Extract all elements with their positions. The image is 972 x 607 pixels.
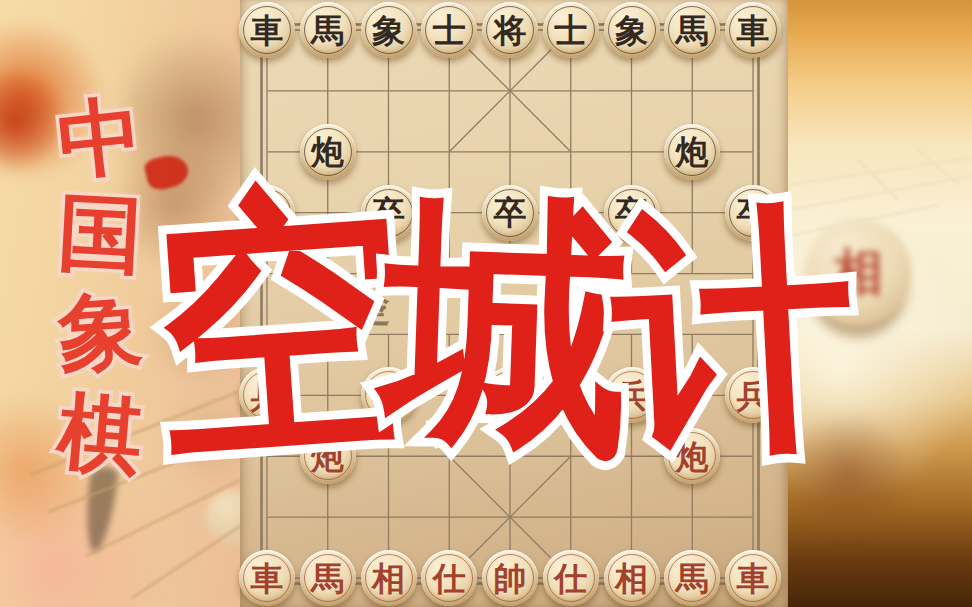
piece-label: 卒 <box>737 196 770 229</box>
piece-red-馬[interactable]: 馬 <box>664 550 720 606</box>
piece-red-兵[interactable]: 兵 <box>239 367 295 423</box>
piece-label: 相 <box>372 562 405 595</box>
piece-black-車[interactable]: 車 <box>725 2 781 58</box>
piece-black-卒[interactable]: 卒 <box>361 185 417 241</box>
piece-label: 車 <box>251 14 284 47</box>
piece-red-馬[interactable]: 馬 <box>300 550 356 606</box>
piece-red-兵[interactable]: 兵 <box>361 367 417 423</box>
piece-black-炮[interactable]: 炮 <box>300 124 356 180</box>
piece-label: 卒 <box>494 196 527 229</box>
piece-red-仕[interactable]: 仕 <box>421 550 477 606</box>
piece-red-仕[interactable]: 仕 <box>543 550 599 606</box>
wheel-spokes <box>0 0 248 607</box>
piece-black-馬[interactable]: 馬 <box>300 2 356 58</box>
blurred-xiangqi-piece: 相 <box>805 219 911 325</box>
board-grid <box>240 0 788 607</box>
piece-label: 兵 <box>251 379 284 412</box>
piece-label: 帥 <box>494 562 527 595</box>
piece-red-帥[interactable]: 帥 <box>482 550 538 606</box>
piece-black-象[interactable]: 象 <box>361 2 417 58</box>
piece-black-車[interactable]: 車 <box>239 2 295 58</box>
piece-label: 兵 <box>737 379 770 412</box>
left-background <box>0 0 248 607</box>
piece-label: 馬 <box>676 14 709 47</box>
piece-black-馬[interactable]: 馬 <box>664 2 720 58</box>
blurred-piece-label: 相 <box>833 239 883 306</box>
piece-label: 仕 <box>433 562 466 595</box>
piece-label: 卒 <box>615 196 648 229</box>
piece-label: 炮 <box>311 440 344 473</box>
piece-label: 兵 <box>494 379 527 412</box>
piece-label: 士 <box>433 14 466 47</box>
piece-red-相[interactable]: 相 <box>604 550 660 606</box>
piece-label: 炮 <box>676 135 709 168</box>
piece-label: 卒 <box>251 196 284 229</box>
piece-label: 兵 <box>615 379 648 412</box>
piece-label: 車 <box>737 14 770 47</box>
video-thumbnail: 相 楚 車馬象士将士象馬車炮炮卒卒卒卒卒兵兵兵兵兵炮炮車馬相仕帥仕相馬車 空空城… <box>0 0 972 607</box>
river-label: 楚 <box>347 282 393 330</box>
piece-red-車[interactable]: 車 <box>725 550 781 606</box>
piece-label: 将 <box>494 14 527 47</box>
piece-label: 馬 <box>311 14 344 47</box>
piece-label: 兵 <box>372 379 405 412</box>
piece-black-士[interactable]: 士 <box>421 2 477 58</box>
piece-label: 馬 <box>311 562 344 595</box>
piece-red-炮[interactable]: 炮 <box>300 428 356 484</box>
piece-label: 相 <box>615 562 648 595</box>
piece-black-卒[interactable]: 卒 <box>604 185 660 241</box>
piece-label: 車 <box>737 562 770 595</box>
xiangqi-board: 楚 車馬象士将士象馬車炮炮卒卒卒卒卒兵兵兵兵兵炮炮車馬相仕帥仕相馬車 <box>240 0 788 607</box>
piece-red-兵[interactable]: 兵 <box>604 367 660 423</box>
piece-label: 仕 <box>554 562 587 595</box>
piece-label: 炮 <box>676 440 709 473</box>
piece-label: 象 <box>615 14 648 47</box>
right-background: 相 <box>788 0 972 607</box>
piece-label: 卒 <box>372 196 405 229</box>
piece-label: 炮 <box>311 135 344 168</box>
piece-red-相[interactable]: 相 <box>361 550 417 606</box>
piece-label: 馬 <box>676 562 709 595</box>
piece-black-炮[interactable]: 炮 <box>664 124 720 180</box>
piece-black-象[interactable]: 象 <box>604 2 660 58</box>
piece-black-士[interactable]: 士 <box>543 2 599 58</box>
piece-black-卒[interactable]: 卒 <box>482 185 538 241</box>
piece-black-将[interactable]: 将 <box>482 2 538 58</box>
piece-black-卒[interactable]: 卒 <box>725 185 781 241</box>
piece-label: 車 <box>251 562 284 595</box>
piece-label: 象 <box>372 14 405 47</box>
piece-red-車[interactable]: 車 <box>239 550 295 606</box>
piece-label: 士 <box>554 14 587 47</box>
piece-red-兵[interactable]: 兵 <box>725 367 781 423</box>
piece-black-卒[interactable]: 卒 <box>239 185 295 241</box>
piece-red-兵[interactable]: 兵 <box>482 367 538 423</box>
